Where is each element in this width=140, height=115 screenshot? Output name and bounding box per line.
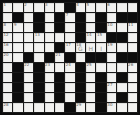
clue-number: 7 <box>66 13 69 17</box>
black-cell <box>128 53 137 62</box>
black-cell <box>55 93 64 102</box>
white-cell[interactable] <box>45 93 54 102</box>
clue-number: 9 <box>14 23 17 27</box>
white-cell[interactable] <box>34 43 43 52</box>
black-cell <box>96 83 105 92</box>
white-cell[interactable] <box>13 43 22 52</box>
white-cell[interactable] <box>117 43 126 52</box>
clue-number: 15 <box>97 33 102 37</box>
white-cell[interactable]: 1 <box>3 3 12 12</box>
black-cell <box>65 3 74 12</box>
black-cell <box>55 83 64 92</box>
black-cell <box>13 93 22 102</box>
white-cell[interactable] <box>107 73 116 82</box>
white-cell[interactable] <box>13 33 22 42</box>
black-cell <box>117 13 126 22</box>
white-cell[interactable]: 22 <box>24 63 33 72</box>
white-cell[interactable] <box>86 73 95 82</box>
white-cell[interactable] <box>117 23 126 32</box>
clue-number: 12 <box>4 33 9 37</box>
white-cell[interactable] <box>3 93 12 102</box>
black-cell <box>76 23 85 32</box>
white-cell[interactable] <box>13 103 22 112</box>
white-cell[interactable]: H <box>86 43 95 52</box>
black-cell <box>96 23 105 32</box>
white-cell[interactable]: 15 <box>96 33 105 42</box>
white-cell[interactable] <box>34 103 43 112</box>
clue-number: 11 <box>128 23 133 27</box>
black-cell <box>76 13 85 22</box>
white-cell[interactable]: 19 <box>107 43 116 52</box>
black-cell <box>34 23 43 32</box>
white-cell[interactable] <box>117 103 126 112</box>
clue-number: 8 <box>4 23 7 27</box>
black-cell <box>117 53 126 62</box>
black-cell <box>65 103 74 112</box>
white-cell[interactable]: 12 <box>3 33 12 42</box>
pencil-letter: H <box>86 43 95 52</box>
white-cell[interactable]: 20 <box>3 53 12 62</box>
clue-number: 2 <box>24 3 27 7</box>
white-cell[interactable]: 8 <box>3 23 12 32</box>
white-cell[interactable]: 10 <box>107 23 116 32</box>
black-cell <box>76 93 85 102</box>
white-cell[interactable]: 18G <box>76 43 85 52</box>
black-cell <box>34 13 43 22</box>
clue-number: 28 <box>4 103 9 107</box>
black-cell <box>13 73 22 82</box>
white-cell[interactable] <box>24 83 33 92</box>
white-cell[interactable] <box>128 93 137 102</box>
clue-number: 26 <box>128 63 133 67</box>
white-cell[interactable] <box>117 83 126 92</box>
black-cell <box>96 103 105 112</box>
clue-number: 24 <box>66 63 71 67</box>
white-cell[interactable]: 28 <box>3 103 12 112</box>
white-cell[interactable] <box>128 33 137 42</box>
clue-number: 3 <box>45 3 48 7</box>
white-cell[interactable] <box>65 33 74 42</box>
black-cell <box>86 53 95 62</box>
white-cell[interactable] <box>24 23 33 32</box>
white-cell[interactable]: 9 <box>13 23 22 32</box>
white-cell[interactable] <box>55 33 64 42</box>
white-cell[interactable] <box>86 23 95 32</box>
clue-number: 23 <box>45 63 50 67</box>
white-cell[interactable] <box>128 3 137 12</box>
white-cell[interactable]: 4 <box>76 3 85 12</box>
white-cell[interactable] <box>107 93 116 102</box>
clue-number: 6 <box>107 3 110 7</box>
white-cell[interactable] <box>55 3 64 12</box>
clue-number: 25 <box>87 63 92 67</box>
black-cell <box>76 33 85 42</box>
white-cell[interactable] <box>45 83 54 92</box>
black-cell <box>96 93 105 102</box>
white-cell[interactable] <box>96 3 105 12</box>
pencil-letter: G <box>76 43 85 52</box>
crossword-grid: 123456789101112131415161718GHI1920212223… <box>0 0 140 115</box>
black-cell <box>34 73 43 82</box>
white-cell[interactable] <box>24 93 33 102</box>
white-cell[interactable] <box>3 63 12 72</box>
white-cell[interactable] <box>65 73 74 82</box>
clue-number: 4 <box>76 3 79 7</box>
clue-number: 21 <box>55 53 60 57</box>
clue-number: 27 <box>107 83 112 87</box>
clue-number: 19 <box>107 43 112 47</box>
white-cell[interactable]: 30 <box>107 103 116 112</box>
white-cell[interactable]: 5 <box>86 3 95 12</box>
black-cell <box>13 63 22 72</box>
white-cell[interactable]: 2 <box>24 3 33 12</box>
white-cell[interactable] <box>76 53 85 62</box>
white-cell[interactable] <box>3 73 12 82</box>
black-cell <box>96 53 105 62</box>
black-cell <box>34 63 43 72</box>
black-cell <box>24 53 33 62</box>
white-cell[interactable]: 25 <box>86 63 95 72</box>
black-cell <box>96 13 105 22</box>
white-cell[interactable] <box>117 63 126 72</box>
white-cell[interactable] <box>45 23 54 32</box>
black-cell <box>96 73 105 82</box>
white-cell[interactable] <box>24 13 33 22</box>
white-cell[interactable] <box>65 83 74 92</box>
clue-number: 5 <box>87 3 90 7</box>
white-cell[interactable] <box>86 83 95 92</box>
clue-number: 29 <box>76 103 81 107</box>
clue-number: 13 <box>35 33 40 37</box>
white-cell[interactable] <box>45 43 54 52</box>
black-cell <box>34 83 43 92</box>
clue-number: 14 <box>87 33 92 37</box>
black-cell <box>117 93 126 102</box>
white-cell[interactable] <box>128 83 137 92</box>
black-cell <box>55 23 64 32</box>
white-cell[interactable] <box>45 103 54 112</box>
white-cell[interactable]: I <box>96 43 105 52</box>
white-cell[interactable]: 3 <box>45 3 54 12</box>
white-cell[interactable] <box>107 53 116 62</box>
white-cell[interactable]: 23 <box>45 63 54 72</box>
white-cell[interactable]: 17 <box>65 43 74 52</box>
white-cell[interactable] <box>65 23 74 32</box>
white-cell[interactable] <box>45 73 54 82</box>
white-cell[interactable] <box>107 63 116 72</box>
clue-number: 30 <box>107 103 112 107</box>
white-cell[interactable]: 21 <box>55 53 64 62</box>
clue-number: 16 <box>4 43 9 47</box>
white-cell[interactable]: 14 <box>86 33 95 42</box>
white-cell[interactable] <box>34 53 43 62</box>
black-cell <box>117 33 126 42</box>
white-cell[interactable] <box>24 33 33 42</box>
white-cell[interactable] <box>128 43 137 52</box>
black-cell <box>76 83 85 92</box>
black-cell <box>55 13 64 22</box>
black-cell <box>128 13 137 22</box>
white-cell[interactable] <box>13 3 22 12</box>
black-cell <box>117 73 126 82</box>
white-cell[interactable] <box>45 33 54 42</box>
white-cell[interactable]: 13 <box>34 33 43 42</box>
white-cell[interactable] <box>3 83 12 92</box>
white-cell[interactable]: 27 <box>107 83 116 92</box>
clue-number: 20 <box>4 53 9 57</box>
white-cell[interactable]: 16 <box>3 43 12 52</box>
white-cell[interactable] <box>86 13 95 22</box>
white-cell[interactable] <box>55 103 64 112</box>
black-cell <box>45 53 54 62</box>
white-cell[interactable] <box>24 103 33 112</box>
white-cell[interactable]: 11 <box>128 23 137 32</box>
clue-number: 1 <box>4 3 7 7</box>
white-cell[interactable] <box>13 53 22 62</box>
clue-number: 10 <box>107 23 112 27</box>
black-cell <box>13 13 22 22</box>
white-cell[interactable] <box>128 73 137 82</box>
black-cell <box>34 93 43 102</box>
black-cell <box>76 73 85 82</box>
black-cell <box>65 53 74 62</box>
white-cell[interactable] <box>107 13 116 22</box>
white-cell[interactable] <box>96 63 105 72</box>
white-cell[interactable]: 26 <box>128 63 137 72</box>
black-cell <box>107 33 116 42</box>
white-cell[interactable] <box>86 93 95 102</box>
white-cell[interactable] <box>24 73 33 82</box>
white-cell[interactable] <box>45 13 54 22</box>
white-cell[interactable] <box>117 3 126 12</box>
white-cell[interactable]: 29 <box>76 103 85 112</box>
white-cell[interactable] <box>24 43 33 52</box>
white-cell[interactable]: 24 <box>65 63 74 72</box>
white-cell[interactable] <box>3 13 12 22</box>
white-cell[interactable]: 6 <box>107 3 116 12</box>
black-cell <box>55 43 64 52</box>
white-cell[interactable] <box>65 93 74 102</box>
pencil-letter: I <box>96 43 105 52</box>
white-cell[interactable] <box>86 103 95 112</box>
black-cell <box>13 83 22 92</box>
white-cell[interactable] <box>128 103 137 112</box>
black-cell <box>55 73 64 82</box>
clue-number: 22 <box>24 63 29 67</box>
black-cell <box>76 63 85 72</box>
white-cell[interactable] <box>55 63 64 72</box>
white-cell[interactable]: 7 <box>65 13 74 22</box>
white-cell[interactable] <box>34 3 43 12</box>
clue-number: 17 <box>66 43 71 47</box>
